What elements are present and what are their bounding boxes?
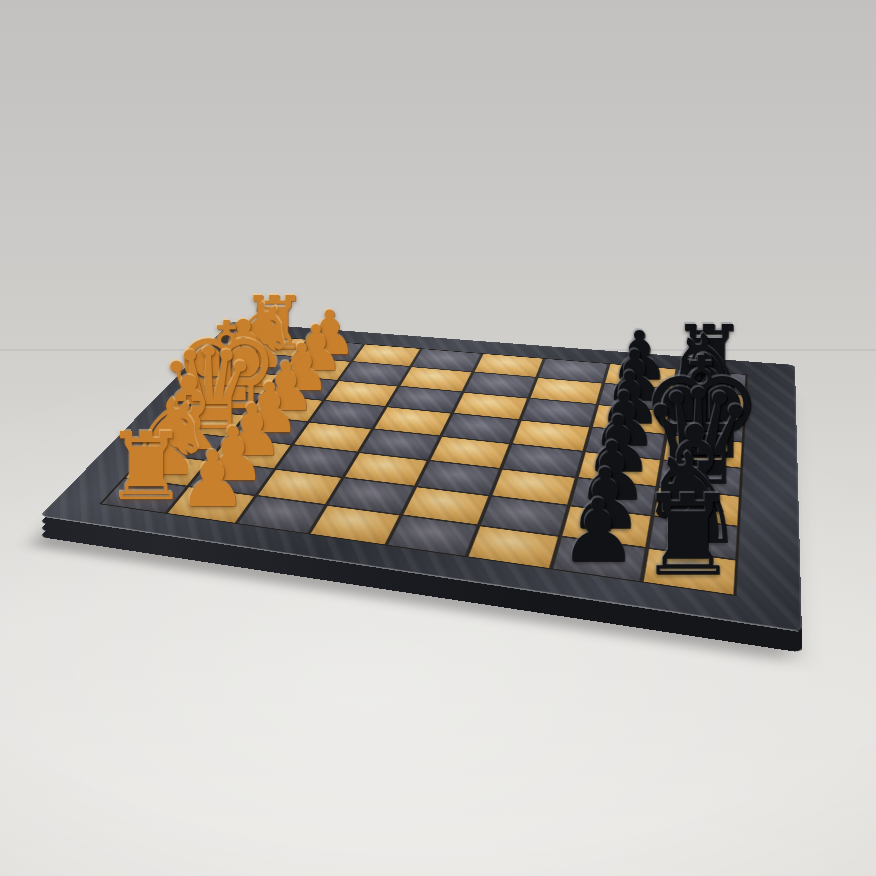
piece-orange-rook-a1: ♜ (104, 420, 188, 513)
photo-stage: ♜♞♝♛♚♝♞♜♟♟♟♟♟♟♟♟♟♟♟♟♟♟♟♟♜♞♝♛♚♝♞♜ (0, 0, 876, 876)
piece-orange-pawn-a2: ♟ (178, 442, 247, 519)
piece-black-pawn-a7: ♟ (559, 488, 637, 575)
piece-black-rook-a8: ♜ (638, 481, 737, 592)
